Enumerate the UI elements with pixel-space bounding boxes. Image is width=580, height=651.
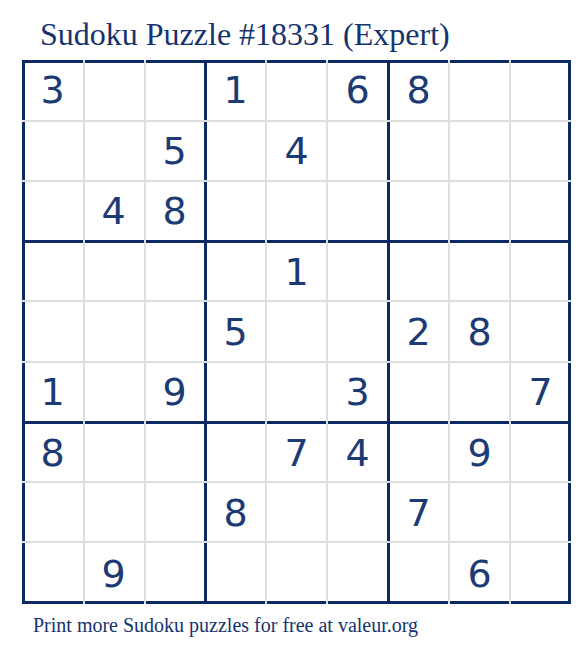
cell-r1c7[interactable]: 8 xyxy=(388,60,449,120)
cell-r9c1[interactable] xyxy=(22,544,83,604)
sudoku-board: 316854481528193787498796 xyxy=(22,60,571,604)
cell-r6c6[interactable]: 3 xyxy=(327,362,388,422)
cell-r2c7[interactable] xyxy=(388,120,449,180)
cell-r3c4[interactable] xyxy=(205,181,266,241)
cell-r2c8[interactable] xyxy=(449,120,510,180)
cell-r1c4[interactable]: 1 xyxy=(205,60,266,120)
cell-r5c6[interactable] xyxy=(327,302,388,362)
cell-r8c6[interactable] xyxy=(327,483,388,543)
page: Sudoku Puzzle #18331 (Expert) 3168544815… xyxy=(0,0,580,651)
cell-r5c3[interactable] xyxy=(144,302,205,362)
cell-r5c9[interactable] xyxy=(510,302,571,362)
cell-r7c5[interactable]: 7 xyxy=(266,423,327,483)
cell-r6c2[interactable] xyxy=(83,362,144,422)
cell-r6c7[interactable] xyxy=(388,362,449,422)
cell-r7c7[interactable] xyxy=(388,423,449,483)
cell-r5c4[interactable]: 5 xyxy=(205,302,266,362)
cell-r3c2[interactable]: 4 xyxy=(83,181,144,241)
cell-r4c6[interactable] xyxy=(327,241,388,301)
cell-r9c2[interactable]: 9 xyxy=(83,544,144,604)
cell-r7c3[interactable] xyxy=(144,423,205,483)
cell-r7c1[interactable]: 8 xyxy=(22,423,83,483)
cell-r9c3[interactable] xyxy=(144,544,205,604)
cell-r4c3[interactable] xyxy=(144,241,205,301)
cell-r6c8[interactable] xyxy=(449,362,510,422)
cell-r4c9[interactable] xyxy=(510,241,571,301)
cell-r1c3[interactable] xyxy=(144,60,205,120)
cell-r2c3[interactable]: 5 xyxy=(144,120,205,180)
cell-r6c1[interactable]: 1 xyxy=(22,362,83,422)
cell-r2c1[interactable] xyxy=(22,120,83,180)
cell-r9c7[interactable] xyxy=(388,544,449,604)
cell-r9c4[interactable] xyxy=(205,544,266,604)
cell-r4c5[interactable]: 1 xyxy=(266,241,327,301)
cell-r8c8[interactable] xyxy=(449,483,510,543)
cell-r7c6[interactable]: 4 xyxy=(327,423,388,483)
sudoku-cells: 316854481528193787498796 xyxy=(22,60,571,604)
cell-r5c5[interactable] xyxy=(266,302,327,362)
cell-r2c9[interactable] xyxy=(510,120,571,180)
cell-r9c8[interactable]: 6 xyxy=(449,544,510,604)
cell-r7c8[interactable]: 9 xyxy=(449,423,510,483)
cell-r1c1[interactable]: 3 xyxy=(22,60,83,120)
cell-r3c3[interactable]: 8 xyxy=(144,181,205,241)
cell-r6c9[interactable]: 7 xyxy=(510,362,571,422)
cell-r8c9[interactable] xyxy=(510,483,571,543)
cell-r4c8[interactable] xyxy=(449,241,510,301)
cell-r2c6[interactable] xyxy=(327,120,388,180)
cell-r1c6[interactable]: 6 xyxy=(327,60,388,120)
cell-r1c8[interactable] xyxy=(449,60,510,120)
cell-r7c9[interactable] xyxy=(510,423,571,483)
cell-r7c2[interactable] xyxy=(83,423,144,483)
footer-text: Print more Sudoku puzzles for free at va… xyxy=(33,614,418,637)
cell-r8c7[interactable]: 7 xyxy=(388,483,449,543)
cell-r3c8[interactable] xyxy=(449,181,510,241)
cell-r5c7[interactable]: 2 xyxy=(388,302,449,362)
cell-r1c2[interactable] xyxy=(83,60,144,120)
cell-r2c4[interactable] xyxy=(205,120,266,180)
cell-r9c9[interactable] xyxy=(510,544,571,604)
cell-r3c7[interactable] xyxy=(388,181,449,241)
cell-r4c7[interactable] xyxy=(388,241,449,301)
cell-r3c5[interactable] xyxy=(266,181,327,241)
cell-r6c3[interactable]: 9 xyxy=(144,362,205,422)
cell-r8c5[interactable] xyxy=(266,483,327,543)
cell-r4c1[interactable] xyxy=(22,241,83,301)
cell-r3c9[interactable] xyxy=(510,181,571,241)
cell-r5c2[interactable] xyxy=(83,302,144,362)
cell-r8c4[interactable]: 8 xyxy=(205,483,266,543)
cell-r4c4[interactable] xyxy=(205,241,266,301)
cell-r5c8[interactable]: 8 xyxy=(449,302,510,362)
cell-r4c2[interactable] xyxy=(83,241,144,301)
page-title: Sudoku Puzzle #18331 (Expert) xyxy=(40,16,450,53)
cell-r2c2[interactable] xyxy=(83,120,144,180)
cell-r1c5[interactable] xyxy=(266,60,327,120)
cell-r8c3[interactable] xyxy=(144,483,205,543)
cell-r2c5[interactable]: 4 xyxy=(266,120,327,180)
cell-r6c5[interactable] xyxy=(266,362,327,422)
cell-r8c1[interactable] xyxy=(22,483,83,543)
cell-r9c6[interactable] xyxy=(327,544,388,604)
cell-r3c6[interactable] xyxy=(327,181,388,241)
cell-r1c9[interactable] xyxy=(510,60,571,120)
cell-r7c4[interactable] xyxy=(205,423,266,483)
cell-r6c4[interactable] xyxy=(205,362,266,422)
cell-r9c5[interactable] xyxy=(266,544,327,604)
cell-r3c1[interactable] xyxy=(22,181,83,241)
cell-r5c1[interactable] xyxy=(22,302,83,362)
cell-r8c2[interactable] xyxy=(83,483,144,543)
